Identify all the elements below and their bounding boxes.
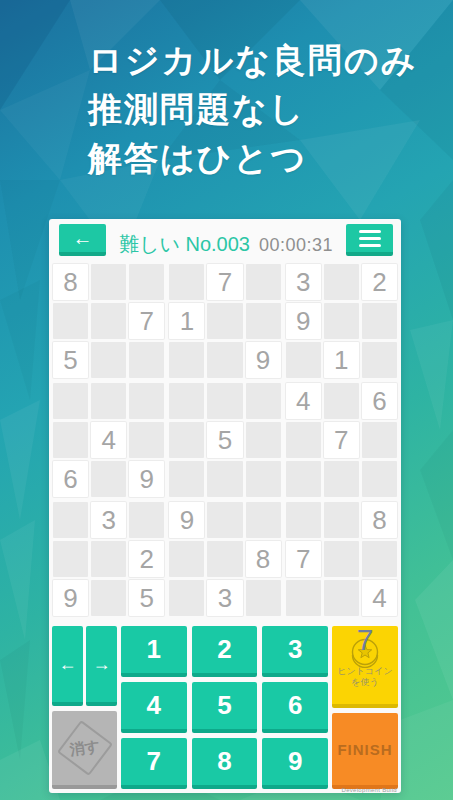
cell-r8c6[interactable]: 8 [246,541,281,577]
number-button-2[interactable]: 2 [192,626,258,677]
cell-r5c7[interactable] [286,422,321,458]
number-button-1[interactable]: 1 [121,626,187,677]
number-button-3[interactable]: 3 [262,626,328,677]
cell-r9c8[interactable] [324,580,359,616]
cell-r8c7[interactable]: 7 [286,541,321,577]
number-pad: 1 2 3 4 5 6 7 8 9 [121,626,328,789]
cell-r4c9[interactable]: 6 [362,383,397,419]
cell-r2c8[interactable] [324,303,359,339]
cell-r5c5[interactable]: 5 [207,422,242,458]
cell-r6c3[interactable]: 9 [129,461,164,497]
hint-coin-count: 7 [357,626,374,654]
cell-r4c3[interactable] [129,383,164,419]
left-arrow-icon: ← [59,654,77,674]
cell-r8c4[interactable] [169,541,204,577]
page-title: 難しい No.003 [119,231,250,258]
number-button-9[interactable]: 9 [262,738,328,789]
cell-r7c8[interactable] [324,502,359,538]
cell-r8c2[interactable] [91,541,126,577]
cell-r4c8[interactable] [324,383,359,419]
cell-r7c4[interactable]: 9 [169,502,204,538]
next-cell-button[interactable]: → [86,626,117,706]
hamburger-icon [359,230,381,247]
low-poly-background: ロジカルな良問のみ 推測問題なし 解答はひとつ ← 難しい No.003 00:… [0,0,453,800]
dev-build-watermark: Development Build [342,787,397,793]
number-button-5[interactable]: 5 [192,682,258,733]
cell-r8c5[interactable] [207,541,242,577]
cell-r9c4[interactable] [169,580,204,616]
block-7: 3295 [53,502,164,616]
cell-r2c2[interactable] [91,303,126,339]
right-arrow-icon: → [93,654,111,674]
cell-r1c3[interactable] [129,264,164,300]
block-4: 469 [53,383,164,497]
cell-r2c6[interactable] [246,303,281,339]
block-5: 5 [169,383,280,497]
cell-navigation: ← → [52,626,117,706]
tagline-line-2: 推測問題なし [88,85,418,134]
cell-r2c1[interactable] [53,303,88,339]
cell-r7c6[interactable] [246,502,281,538]
cell-r1c2[interactable] [91,264,126,300]
cell-r5c8[interactable]: 7 [324,422,359,458]
cell-r7c1[interactable] [53,502,88,538]
timer: 00:00:31 [259,235,333,256]
cell-r6c1[interactable]: 6 [53,461,88,497]
title-area: 難しい No.003 00:00:31 [106,224,346,258]
cell-r3c5[interactable] [207,342,242,378]
cell-r8c1[interactable] [53,541,88,577]
block-8: 983 [169,502,280,616]
number-button-4[interactable]: 4 [121,682,187,733]
cell-r1c5[interactable]: 7 [207,264,242,300]
tagline-line-1: ロジカルな良問のみ [88,36,418,85]
cell-r8c8[interactable] [324,541,359,577]
cell-r6c2[interactable] [91,461,126,497]
cell-r1c8[interactable] [324,264,359,300]
cell-r9c9[interactable]: 4 [362,580,397,616]
cell-r6c6[interactable] [246,461,281,497]
cell-r2c3[interactable]: 7 [129,303,164,339]
cell-r9c1[interactable]: 9 [53,580,88,616]
cell-r4c7[interactable]: 4 [286,383,321,419]
cell-r4c6[interactable] [246,383,281,419]
cell-r6c4[interactable] [169,461,204,497]
cell-r7c9[interactable]: 8 [362,502,397,538]
cell-r3c2[interactable] [91,342,126,378]
cell-r6c9[interactable] [362,461,397,497]
cell-r5c9[interactable] [362,422,397,458]
cell-r7c2[interactable]: 3 [91,502,126,538]
cell-r2c9[interactable] [362,303,397,339]
cell-r6c5[interactable] [207,461,242,497]
sudoku-app-panel: ← 難しい No.003 00:00:31 875719329146954673… [49,219,401,793]
cell-r1c4[interactable] [169,264,204,300]
number-button-8[interactable]: 8 [192,738,258,789]
cell-r4c5[interactable] [207,383,242,419]
block-2: 719 [169,264,280,378]
app-header: ← 難しい No.003 00:00:31 [49,219,401,262]
number-button-6[interactable]: 6 [262,682,328,733]
keypad-right-column: 7 ヒントコイン を使う FINISH [332,626,398,789]
cell-r3c7[interactable] [286,342,321,378]
block-3: 3291 [286,264,397,378]
block-6: 467 [286,383,397,497]
cell-r5c3[interactable] [129,422,164,458]
cell-r4c2[interactable] [91,383,126,419]
tagline-line-3: 解答はひとつ [88,134,418,183]
cell-r5c4[interactable] [169,422,204,458]
prev-cell-button[interactable]: ← [52,626,83,706]
cell-r7c5[interactable] [207,502,242,538]
back-button[interactable]: ← [59,224,106,256]
cell-r3c6[interactable]: 9 [246,342,281,378]
cell-r1c6[interactable] [246,264,281,300]
cell-r3c9[interactable] [362,342,397,378]
cell-r5c1[interactable] [53,422,88,458]
keypad-left-column: ← → 消す [52,626,117,789]
hint-label: ヒントコイン を使う [337,666,392,688]
cell-r7c7[interactable] [286,502,321,538]
cell-r9c7[interactable] [286,580,321,616]
cell-r2c4[interactable]: 1 [169,303,204,339]
sudoku-board: 875719329146954673295983874 [51,264,399,616]
finish-button[interactable]: FINISH [332,713,398,789]
cell-r8c3[interactable]: 2 [129,541,164,577]
cell-r9c2[interactable] [91,580,126,616]
cell-r7c3[interactable] [129,502,164,538]
cell-r3c8[interactable]: 1 [324,342,359,378]
back-arrow-icon: ← [73,228,93,248]
erase-label: 消す [68,736,101,759]
app-tagline: ロジカルな良問のみ 推測問題なし 解答はひとつ [88,36,418,183]
cell-r3c4[interactable] [169,342,204,378]
cell-r1c9[interactable]: 2 [362,264,397,300]
menu-button[interactable] [346,224,393,256]
cell-r1c7[interactable]: 3 [286,264,321,300]
cell-r9c5[interactable]: 3 [207,580,242,616]
erase-stamp: 消す [62,725,107,770]
erase-button[interactable]: 消す [52,711,117,789]
cell-r2c5[interactable] [207,303,242,339]
cell-r8c9[interactable] [362,541,397,577]
block-1: 875 [53,264,164,378]
cell-r9c3[interactable]: 5 [129,580,164,616]
cell-r2c7[interactable]: 9 [286,303,321,339]
cell-r5c6[interactable] [246,422,281,458]
hint-button[interactable]: 7 ヒントコイン を使う [332,626,398,708]
cell-r4c4[interactable] [169,383,204,419]
cell-r3c1[interactable]: 5 [53,342,88,378]
block-9: 874 [286,502,397,616]
cell-r3c3[interactable] [129,342,164,378]
cell-r4c1[interactable] [53,383,88,419]
number-button-7[interactable]: 7 [121,738,187,789]
cell-r1c1[interactable]: 8 [53,264,88,300]
cell-r5c2[interactable]: 4 [91,422,126,458]
cell-r6c7[interactable] [286,461,321,497]
cell-r9c6[interactable] [246,580,281,616]
keypad: ← → 消す 1 2 3 4 5 6 7 [49,626,401,789]
cell-r6c8[interactable] [324,461,359,497]
